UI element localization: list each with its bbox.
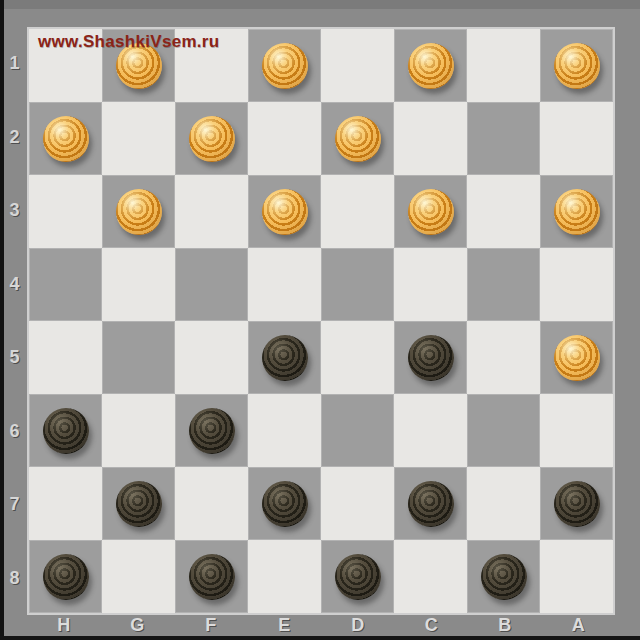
square-b6[interactable] (467, 394, 540, 467)
square-b5[interactable] (467, 321, 540, 394)
square-h4[interactable] (29, 248, 102, 321)
square-e5[interactable] (248, 321, 321, 394)
square-f8[interactable] (175, 540, 248, 613)
square-d5[interactable] (321, 321, 394, 394)
row-label-8: 8 (3, 542, 26, 616)
square-h5[interactable] (29, 321, 102, 394)
square-d3[interactable] (321, 175, 394, 248)
square-e4[interactable] (248, 248, 321, 321)
square-b2[interactable] (467, 102, 540, 175)
square-f2[interactable] (175, 102, 248, 175)
square-d2[interactable] (321, 102, 394, 175)
site-watermark: www.ShashkiVsem.ru (38, 32, 219, 52)
black-checker-c5[interactable] (408, 335, 454, 381)
square-a8[interactable] (540, 540, 613, 613)
row-label-1: 1 (3, 27, 26, 101)
white-checker-c1[interactable] (408, 43, 454, 89)
col-label-b: B (468, 613, 542, 637)
square-f7[interactable] (175, 467, 248, 540)
white-checker-a3[interactable] (554, 189, 600, 235)
black-checker-a7[interactable] (554, 481, 600, 527)
col-label-g: G (101, 613, 175, 637)
black-checker-h6[interactable] (43, 408, 89, 454)
square-g8[interactable] (102, 540, 175, 613)
white-checker-h2[interactable] (43, 116, 89, 162)
col-label-h: H (27, 613, 101, 637)
square-a6[interactable] (540, 394, 613, 467)
square-d7[interactable] (321, 467, 394, 540)
square-c2[interactable] (394, 102, 467, 175)
white-checker-e3[interactable] (262, 189, 308, 235)
square-f4[interactable] (175, 248, 248, 321)
square-g2[interactable] (102, 102, 175, 175)
white-checker-f2[interactable] (189, 116, 235, 162)
white-checker-d2[interactable] (335, 116, 381, 162)
col-labels: HGFEDCBA (27, 613, 615, 637)
col-label-f: F (174, 613, 248, 637)
square-b8[interactable] (467, 540, 540, 613)
square-e6[interactable] (248, 394, 321, 467)
square-c8[interactable] (394, 540, 467, 613)
square-g3[interactable] (102, 175, 175, 248)
square-e2[interactable] (248, 102, 321, 175)
row-labels: 12345678 (3, 27, 26, 615)
col-label-e: E (248, 613, 322, 637)
square-h6[interactable] (29, 394, 102, 467)
black-checker-e7[interactable] (262, 481, 308, 527)
square-a7[interactable] (540, 467, 613, 540)
col-label-d: D (321, 613, 395, 637)
square-c4[interactable] (394, 248, 467, 321)
checkers-screenshot: www.ShashkiVsem.ru 12345678 HGFEDCBA (0, 0, 640, 640)
white-checker-e1[interactable] (262, 43, 308, 89)
square-d8[interactable] (321, 540, 394, 613)
square-g5[interactable] (102, 321, 175, 394)
square-h2[interactable] (29, 102, 102, 175)
white-checker-a1[interactable] (554, 43, 600, 89)
row-label-5: 5 (3, 321, 26, 395)
square-d6[interactable] (321, 394, 394, 467)
square-a1[interactable] (540, 29, 613, 102)
black-checker-f6[interactable] (189, 408, 235, 454)
square-c5[interactable] (394, 321, 467, 394)
square-a4[interactable] (540, 248, 613, 321)
row-label-6: 6 (3, 395, 26, 469)
col-label-a: A (542, 613, 616, 637)
black-checker-c7[interactable] (408, 481, 454, 527)
square-d1[interactable] (321, 29, 394, 102)
square-e8[interactable] (248, 540, 321, 613)
square-c1[interactable] (394, 29, 467, 102)
black-checker-e5[interactable] (262, 335, 308, 381)
white-checker-a5[interactable] (554, 335, 600, 381)
square-f5[interactable] (175, 321, 248, 394)
black-checker-d8[interactable] (335, 554, 381, 600)
row-label-3: 3 (3, 174, 26, 248)
square-f6[interactable] (175, 394, 248, 467)
square-g6[interactable] (102, 394, 175, 467)
square-h8[interactable] (29, 540, 102, 613)
black-checker-b8[interactable] (481, 554, 527, 600)
square-a3[interactable] (540, 175, 613, 248)
col-label-c: C (395, 613, 469, 637)
square-h3[interactable] (29, 175, 102, 248)
square-c3[interactable] (394, 175, 467, 248)
top-edge-band (0, 0, 640, 9)
square-b1[interactable] (467, 29, 540, 102)
board (27, 27, 615, 615)
square-e3[interactable] (248, 175, 321, 248)
square-g4[interactable] (102, 248, 175, 321)
square-e7[interactable] (248, 467, 321, 540)
black-checker-f8[interactable] (189, 554, 235, 600)
square-d4[interactable] (321, 248, 394, 321)
square-e1[interactable] (248, 29, 321, 102)
row-label-2: 2 (3, 101, 26, 175)
black-checker-h8[interactable] (43, 554, 89, 600)
square-b7[interactable] (467, 467, 540, 540)
square-b3[interactable] (467, 175, 540, 248)
row-label-7: 7 (3, 468, 26, 542)
row-label-4: 4 (3, 248, 26, 322)
square-a2[interactable] (540, 102, 613, 175)
square-a5[interactable] (540, 321, 613, 394)
white-checker-c3[interactable] (408, 189, 454, 235)
square-g7[interactable] (102, 467, 175, 540)
black-checker-g7[interactable] (116, 481, 162, 527)
square-c6[interactable] (394, 394, 467, 467)
square-b4[interactable] (467, 248, 540, 321)
square-c7[interactable] (394, 467, 467, 540)
square-h7[interactable] (29, 467, 102, 540)
white-checker-g3[interactable] (116, 189, 162, 235)
square-f3[interactable] (175, 175, 248, 248)
